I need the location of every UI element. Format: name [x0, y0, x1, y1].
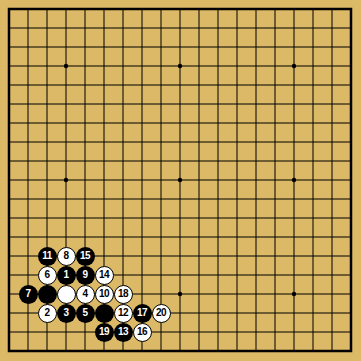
- stone-white-setup[interactable]: [57, 285, 76, 304]
- stone-white-move-20[interactable]: 20: [152, 304, 171, 323]
- stone-black-move-3[interactable]: 3: [57, 304, 76, 323]
- stone-white-move-18[interactable]: 18: [114, 285, 133, 304]
- go-board: 1181561914741018235121720191316: [0, 0, 361, 361]
- stone-black-move-9[interactable]: 9: [76, 266, 95, 285]
- stone-black-setup[interactable]: [95, 304, 114, 323]
- stone-white-move-16[interactable]: 16: [133, 323, 152, 342]
- stone-white-move-6[interactable]: 6: [38, 266, 57, 285]
- stone-black-move-15[interactable]: 15: [76, 247, 95, 266]
- stones-grid[interactable]: 1181561914741018235121720191316: [0, 0, 361, 361]
- stone-white-move-14[interactable]: 14: [95, 266, 114, 285]
- stone-white-move-8[interactable]: 8: [57, 247, 76, 266]
- stone-white-move-10[interactable]: 10: [95, 285, 114, 304]
- stone-black-move-17[interactable]: 17: [133, 304, 152, 323]
- stone-black-move-13[interactable]: 13: [114, 323, 133, 342]
- stone-white-move-2[interactable]: 2: [38, 304, 57, 323]
- stone-white-move-4[interactable]: 4: [76, 285, 95, 304]
- stone-black-move-19[interactable]: 19: [95, 323, 114, 342]
- stone-white-move-12[interactable]: 12: [114, 304, 133, 323]
- stone-black-move-11[interactable]: 11: [38, 247, 57, 266]
- stone-black-move-7[interactable]: 7: [19, 285, 38, 304]
- stone-black-move-5[interactable]: 5: [76, 304, 95, 323]
- stone-black-move-1[interactable]: 1: [57, 266, 76, 285]
- stone-black-setup[interactable]: [38, 285, 57, 304]
